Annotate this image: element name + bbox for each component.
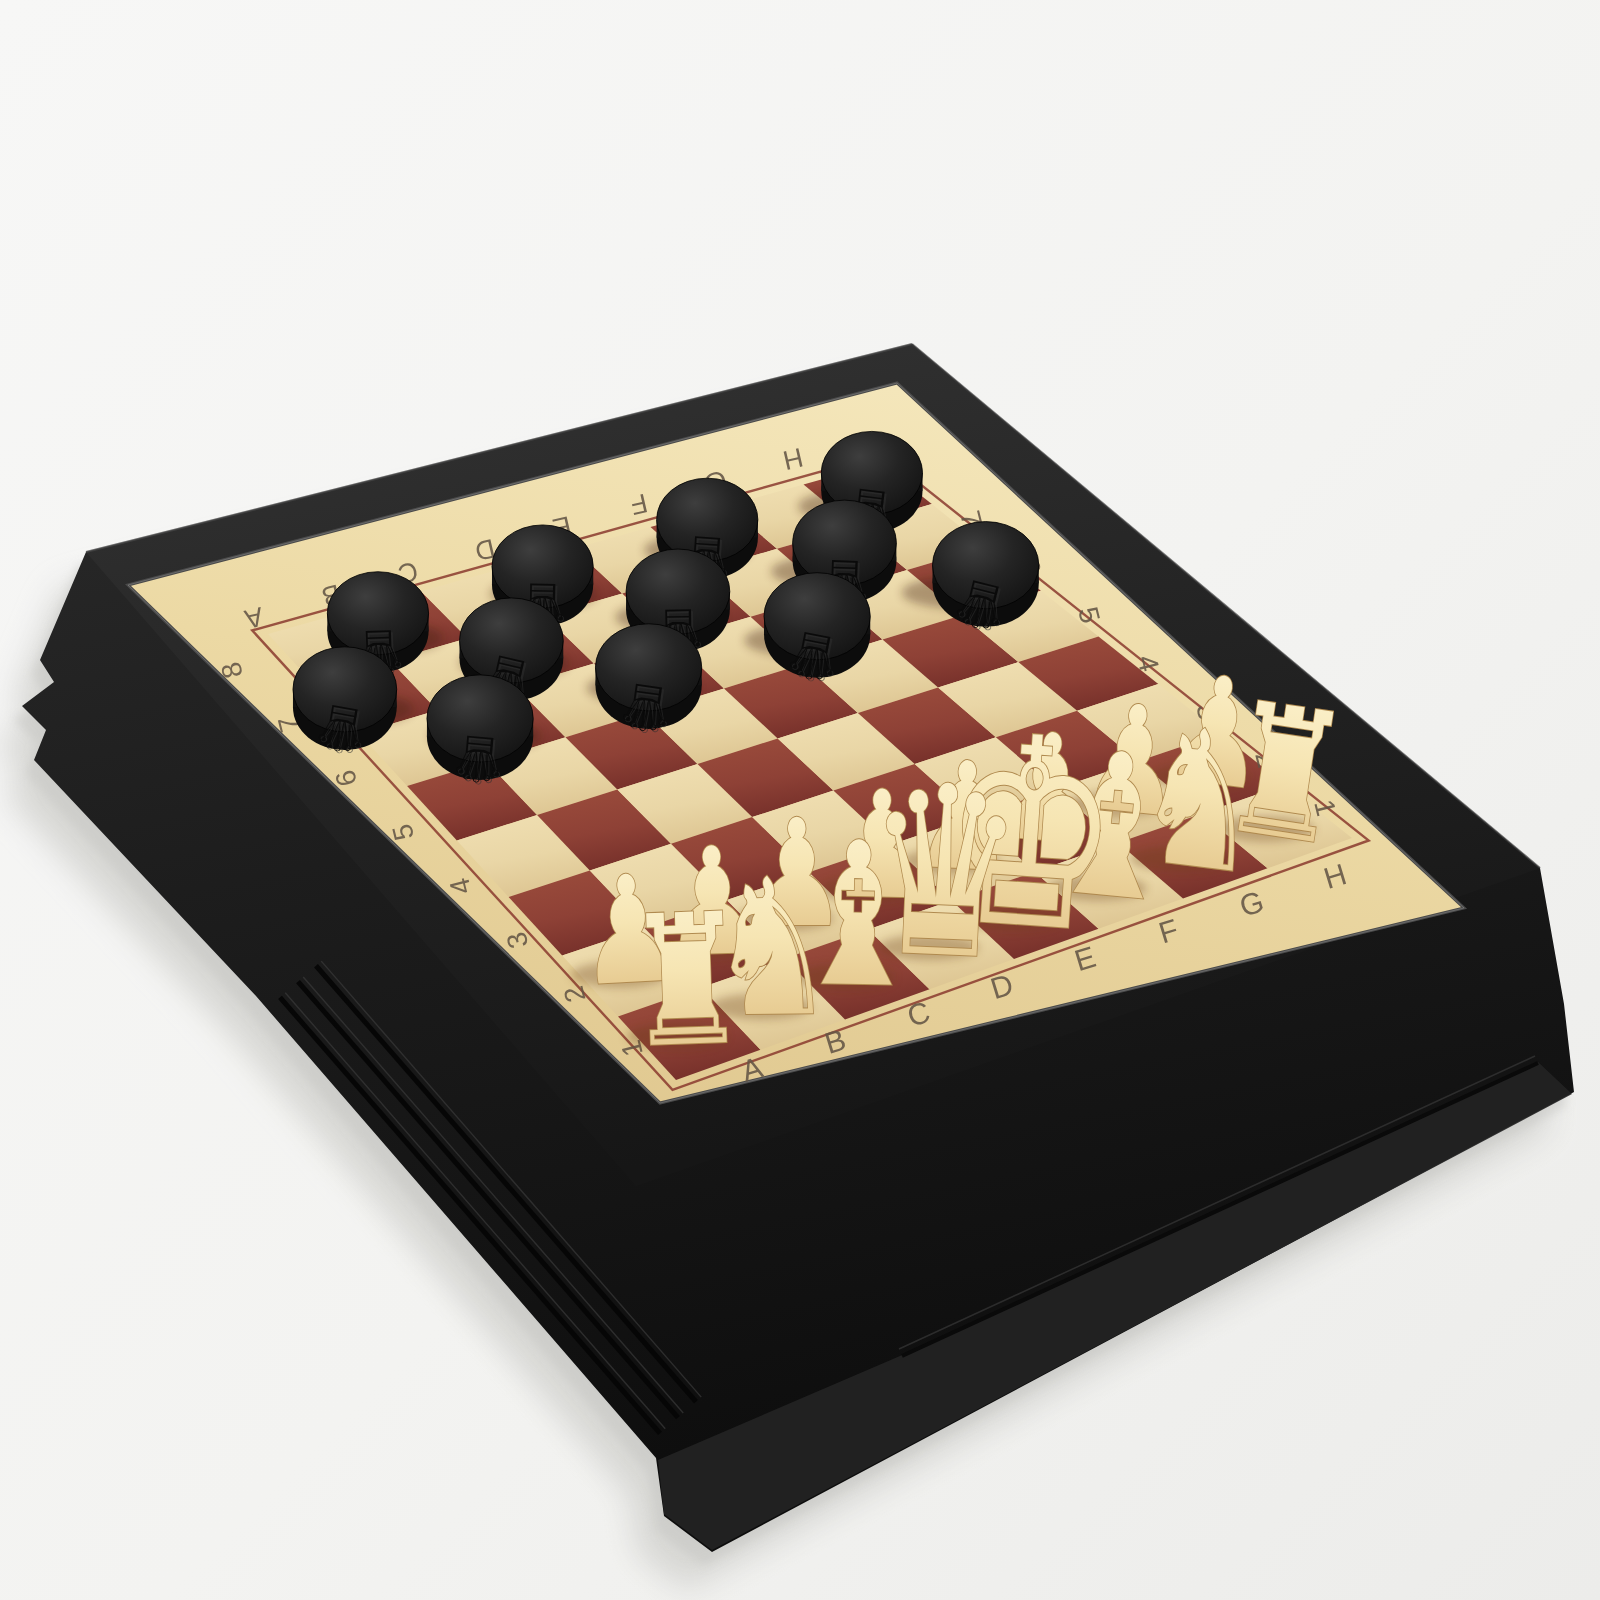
- piece-white-rook-a1: ♜: [622, 874, 750, 1089]
- travel-chess-checkers-photo: ABCDEFGHABCDEFGH8765432187654321 ♕♕♕♕♕♕♕…: [0, 0, 1600, 1600]
- crown-icon: ♕: [613, 667, 679, 747]
- crown-icon: ♕: [447, 719, 509, 797]
- scene-svg: ABCDEFGHABCDEFGH8765432187654321 ♕♕♕♕♕♕♕…: [0, 0, 1600, 1600]
- rook-glyph: ♜: [622, 874, 750, 1089]
